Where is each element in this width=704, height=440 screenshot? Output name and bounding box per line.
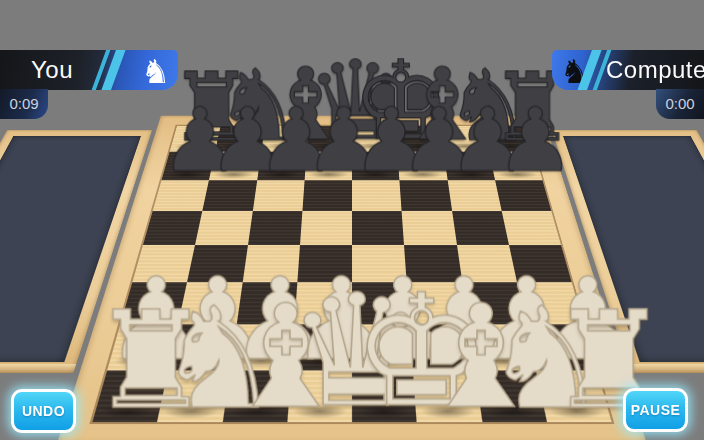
knight-glyph: ♞ xyxy=(156,288,221,428)
undo-button[interactable]: UNDO xyxy=(11,389,76,433)
black-pawn-b7[interactable]: ♟ xyxy=(209,152,261,180)
pawn-glyph: ♟ xyxy=(256,96,304,184)
bishop-glyph: ♝ xyxy=(417,286,482,429)
black-pawn-e7[interactable]: ♟ xyxy=(352,152,400,180)
white-knight-b1[interactable]: ♞ xyxy=(157,370,229,422)
white-knight-g1[interactable]: ♞ xyxy=(474,370,546,422)
black-pawn-d7[interactable]: ♟ xyxy=(304,152,352,180)
king-glyph: ♚ xyxy=(352,273,417,428)
player-computer-label: Computer xyxy=(606,56,704,84)
pawn-glyph: ♟ xyxy=(448,96,496,184)
app-background: ♜♞♝♛♚♝♞♜♟♟♟♟♟♟♟♟♟♟♟♟♟♟♟♟♜♞♝♛♚♝♞♜ You ♞ 0… xyxy=(0,0,704,440)
white-queen-d1[interactable]: ♛ xyxy=(287,370,352,422)
player-panel-you: You ♞ xyxy=(0,50,178,90)
rook-glyph: ♜ xyxy=(548,293,613,428)
pawn-glyph: ♟ xyxy=(161,96,209,184)
pawn-glyph: ♟ xyxy=(208,96,256,184)
black-pawn-h7[interactable]: ♟ xyxy=(489,152,543,180)
white-bishop-c1[interactable]: ♝ xyxy=(222,370,291,422)
white-bishop-f1[interactable]: ♝ xyxy=(413,370,482,422)
timer-you: 0:09 xyxy=(0,89,48,119)
timer-computer: 0:00 xyxy=(656,89,704,119)
pawn-glyph: ♟ xyxy=(496,96,544,184)
black-pawn-c7[interactable]: ♟ xyxy=(257,152,307,180)
table-scene: ♜♞♝♛♚♝♞♜♟♟♟♟♟♟♟♟♟♟♟♟♟♟♟♟♜♞♝♛♚♝♞♜ xyxy=(0,116,704,440)
pawn-glyph: ♟ xyxy=(400,96,448,184)
knight-glyph: ♞ xyxy=(483,288,548,428)
player-panel-computer: ♞ Computer xyxy=(552,50,704,90)
queen-glyph: ♛ xyxy=(287,273,352,428)
pieces-layer: ♜♞♝♛♚♝♞♜♟♟♟♟♟♟♟♟♟♟♟♟♟♟♟♟♜♞♝♛♚♝♞♜ xyxy=(92,126,611,422)
black-pawn-f7[interactable]: ♟ xyxy=(398,152,448,180)
black-pawn-g7[interactable]: ♟ xyxy=(443,152,495,180)
bishop-glyph: ♝ xyxy=(221,286,286,429)
pawn-glyph: ♟ xyxy=(304,96,352,184)
white-king-e1[interactable]: ♚ xyxy=(352,370,417,422)
white-knight-icon: ♞ xyxy=(141,52,171,90)
player-you-label: You xyxy=(31,56,73,84)
pause-button[interactable]: PAUSE xyxy=(623,388,688,432)
pawn-glyph: ♟ xyxy=(352,96,400,184)
rook-glyph: ♜ xyxy=(91,293,156,428)
